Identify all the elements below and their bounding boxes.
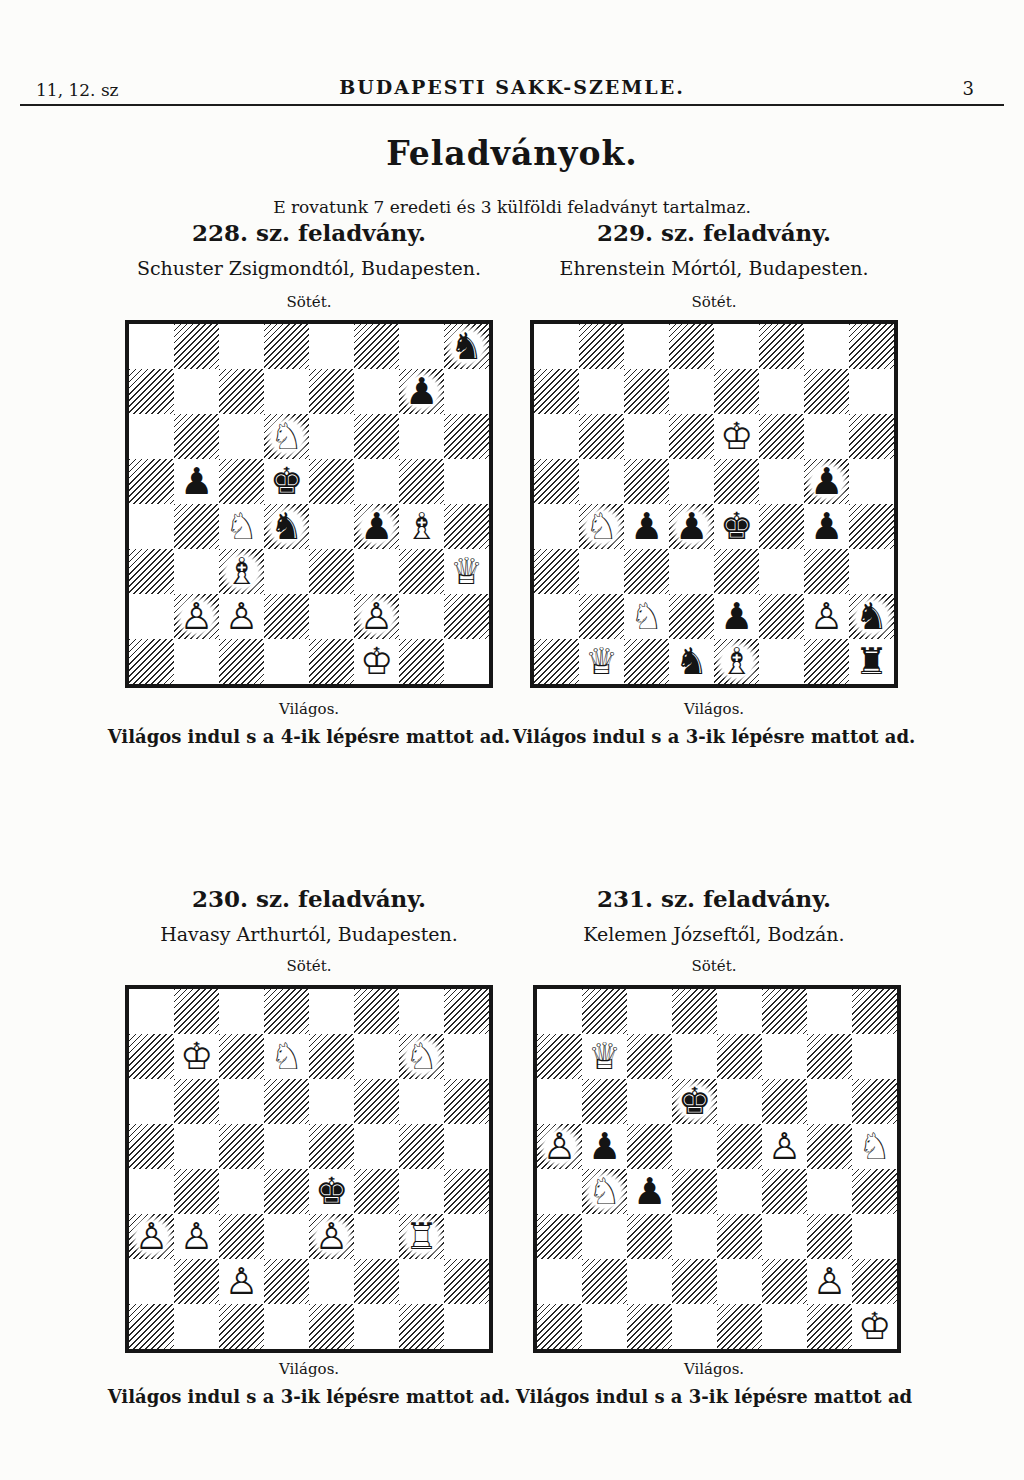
square-g1 xyxy=(399,639,444,684)
square-g4: ♗ xyxy=(399,504,444,549)
square-c8 xyxy=(624,324,669,369)
square-e2: ♟ xyxy=(714,594,759,639)
square-a3: ♙ xyxy=(129,1214,174,1259)
section-subtitle: E rovatunk 7 eredeti és 3 külföldi felad… xyxy=(0,197,1024,217)
problem-229-white-label: Világos. xyxy=(479,700,949,718)
problem-231-heading: 231. sz. feladvány. xyxy=(479,885,949,912)
square-f2 xyxy=(759,594,804,639)
square-e6: ♔ xyxy=(714,414,759,459)
square-e3 xyxy=(309,549,354,594)
square-f3 xyxy=(354,1214,399,1259)
white-knight-icon: ♘ xyxy=(265,415,309,459)
square-e2 xyxy=(717,1259,762,1304)
square-b7: ♔ xyxy=(174,1034,219,1079)
square-e7 xyxy=(717,1034,762,1079)
square-g8 xyxy=(804,324,849,369)
square-h2: ♞ xyxy=(849,594,894,639)
black-pawn-icon: ♟ xyxy=(630,508,663,545)
square-h6 xyxy=(444,1079,489,1124)
square-a5 xyxy=(534,459,579,504)
square-g7: ♟ xyxy=(399,369,444,414)
square-a3 xyxy=(534,549,579,594)
square-b4 xyxy=(174,1169,219,1214)
square-d6 xyxy=(669,414,714,459)
problem-229-black-label: Sötét. xyxy=(479,293,949,311)
square-f1 xyxy=(354,1304,399,1349)
square-h3 xyxy=(849,549,894,594)
header-rule xyxy=(20,104,1004,106)
square-d8 xyxy=(669,324,714,369)
square-a2 xyxy=(534,594,579,639)
square-e3 xyxy=(717,1214,762,1259)
square-a6 xyxy=(129,414,174,459)
square-b1 xyxy=(582,1304,627,1349)
square-f2 xyxy=(354,1259,399,1304)
square-d2 xyxy=(264,1259,309,1304)
square-c4: ♘ xyxy=(219,504,264,549)
square-d7: ♘ xyxy=(264,1034,309,1079)
square-a4 xyxy=(129,504,174,549)
square-h7 xyxy=(849,369,894,414)
square-f4 xyxy=(762,1169,807,1214)
square-f3 xyxy=(354,549,399,594)
problem-228-black-label: Sötét. xyxy=(69,293,549,311)
square-f7 xyxy=(354,369,399,414)
square-f2: ♙ xyxy=(354,594,399,639)
black-king-icon: ♚ xyxy=(720,508,753,545)
square-h8 xyxy=(852,989,897,1034)
square-a8 xyxy=(129,324,174,369)
square-d1: ♞ xyxy=(669,639,714,684)
square-a4 xyxy=(534,504,579,549)
square-g3 xyxy=(807,1214,852,1259)
white-bishop-icon: ♗ xyxy=(220,550,264,594)
chessboard-229: ♔♟♘♟♟♚♟♘♟♙♞♕♞♗♜ xyxy=(530,320,898,688)
problem-230-white-label: Világos. xyxy=(69,1360,549,1378)
square-g6 xyxy=(807,1079,852,1124)
problem-230-author: Havasy Arthurtól, Budapesten. xyxy=(69,923,549,945)
section-title: Feladványok. xyxy=(0,134,1024,173)
square-h2 xyxy=(444,594,489,639)
square-g1 xyxy=(399,1304,444,1349)
square-c5 xyxy=(624,459,669,504)
square-d1 xyxy=(264,1304,309,1349)
square-d3 xyxy=(672,1214,717,1259)
square-a7 xyxy=(534,369,579,414)
square-f5 xyxy=(354,459,399,504)
square-d8 xyxy=(264,989,309,1034)
white-knight-icon: ♘ xyxy=(580,505,624,549)
square-e4 xyxy=(717,1169,762,1214)
white-rook-icon: ♖ xyxy=(400,1215,444,1259)
square-f4 xyxy=(759,504,804,549)
square-a5 xyxy=(129,1124,174,1169)
square-g3 xyxy=(804,549,849,594)
square-a2 xyxy=(129,1259,174,1304)
square-f4 xyxy=(354,1169,399,1214)
square-c8 xyxy=(627,989,672,1034)
square-e3: ♙ xyxy=(309,1214,354,1259)
square-a3 xyxy=(129,549,174,594)
black-knight-icon: ♞ xyxy=(675,643,708,680)
square-g7: ♘ xyxy=(399,1034,444,1079)
square-b5 xyxy=(579,459,624,504)
square-d7 xyxy=(669,369,714,414)
square-d6: ♚ xyxy=(672,1079,717,1124)
square-b1 xyxy=(174,1304,219,1349)
black-pawn-icon: ♟ xyxy=(805,460,849,504)
square-e2 xyxy=(309,594,354,639)
white-king-icon: ♔ xyxy=(360,643,393,680)
white-pawn-icon: ♙ xyxy=(813,1263,846,1300)
square-c4 xyxy=(219,1169,264,1214)
square-e4 xyxy=(309,504,354,549)
square-e8 xyxy=(714,324,759,369)
journal-title: BUDAPESTI SAKK-SZEMLE. xyxy=(0,76,1024,98)
square-d5 xyxy=(669,459,714,504)
problem-230-stipulation: Világos indul s a 3-ik lépésre mattot ad… xyxy=(69,1386,549,1407)
white-pawn-icon: ♙ xyxy=(538,1125,582,1169)
square-h8 xyxy=(849,324,894,369)
problem-230-heading: 230. sz. feladvány. xyxy=(69,885,549,912)
square-f5 xyxy=(759,459,804,504)
square-f8 xyxy=(759,324,804,369)
square-f6 xyxy=(354,414,399,459)
square-d7 xyxy=(672,1034,717,1079)
square-h2 xyxy=(444,1259,489,1304)
square-c2: ♙ xyxy=(219,1259,264,1304)
square-f3 xyxy=(759,549,804,594)
black-rook-icon: ♜ xyxy=(855,643,888,680)
square-a4 xyxy=(129,1169,174,1214)
black-knight-icon: ♞ xyxy=(850,595,894,639)
problem-229-stipulation: Világos indul s a 3-ik lépésre mattot ad… xyxy=(479,726,949,747)
square-h2 xyxy=(852,1259,897,1304)
square-e5 xyxy=(309,1124,354,1169)
square-e1 xyxy=(309,639,354,684)
white-pawn-icon: ♙ xyxy=(225,598,258,635)
square-f2 xyxy=(762,1259,807,1304)
square-g6 xyxy=(399,1079,444,1124)
square-c4: ♟ xyxy=(624,504,669,549)
square-h1 xyxy=(444,639,489,684)
square-b6 xyxy=(579,414,624,459)
square-d5 xyxy=(672,1124,717,1169)
square-c5 xyxy=(627,1124,672,1169)
square-g8 xyxy=(399,324,444,369)
problem-228-white-label: Világos. xyxy=(69,700,549,718)
square-h4 xyxy=(852,1169,897,1214)
black-king-icon: ♚ xyxy=(270,463,303,500)
square-g1 xyxy=(807,1304,852,1349)
square-g5 xyxy=(807,1124,852,1169)
problem-228-author: Schuster Zsigmondtól, Budapesten. xyxy=(69,257,549,279)
white-pawn-icon: ♙ xyxy=(225,1263,258,1300)
square-d3 xyxy=(264,549,309,594)
square-c8 xyxy=(219,989,264,1034)
white-knight-icon: ♘ xyxy=(583,1170,627,1214)
square-h1: ♔ xyxy=(852,1304,897,1349)
white-knight-icon: ♘ xyxy=(270,1038,303,1075)
square-a4 xyxy=(537,1169,582,1214)
square-e8 xyxy=(309,989,354,1034)
black-pawn-icon: ♟ xyxy=(588,1128,621,1165)
square-d4 xyxy=(672,1169,717,1214)
chessboard-230: ♔♘♘♚♙♙♙♖♙ xyxy=(125,985,493,1353)
square-g3: ♖ xyxy=(399,1214,444,1259)
square-h3 xyxy=(444,1214,489,1259)
square-b1 xyxy=(174,639,219,684)
square-e7 xyxy=(714,369,759,414)
square-b4 xyxy=(174,504,219,549)
square-h8: ♞ xyxy=(444,324,489,369)
square-h7 xyxy=(444,369,489,414)
square-b8 xyxy=(174,324,219,369)
square-a6 xyxy=(534,414,579,459)
square-c3: ♗ xyxy=(219,549,264,594)
white-king-icon: ♔ xyxy=(858,1308,891,1345)
square-g6 xyxy=(804,414,849,459)
white-knight-icon: ♘ xyxy=(858,1128,891,1165)
chessboard-231: ♕♚♙♟♙♘♘♟♙♔ xyxy=(533,985,901,1353)
square-e8 xyxy=(717,989,762,1034)
square-c6 xyxy=(219,414,264,459)
square-b3 xyxy=(582,1214,627,1259)
black-pawn-icon: ♟ xyxy=(670,505,714,549)
square-a3 xyxy=(537,1214,582,1259)
square-e7 xyxy=(309,369,354,414)
square-g2: ♙ xyxy=(804,594,849,639)
square-c1 xyxy=(627,1304,672,1349)
square-d6: ♘ xyxy=(264,414,309,459)
square-a1 xyxy=(129,1304,174,1349)
square-g2 xyxy=(399,1259,444,1304)
square-f7 xyxy=(759,369,804,414)
square-c2: ♘ xyxy=(624,594,669,639)
square-b2 xyxy=(174,1259,219,1304)
white-queen-icon: ♕ xyxy=(585,643,618,680)
square-h4 xyxy=(444,504,489,549)
square-e8 xyxy=(309,324,354,369)
square-g4 xyxy=(807,1169,852,1214)
black-pawn-icon: ♟ xyxy=(355,505,399,549)
square-e6 xyxy=(717,1079,762,1124)
square-a1 xyxy=(537,1304,582,1349)
square-d5: ♚ xyxy=(264,459,309,504)
square-b7 xyxy=(174,369,219,414)
square-b8 xyxy=(582,989,627,1034)
square-h1 xyxy=(444,1304,489,1349)
square-a1 xyxy=(129,639,174,684)
problem-228-heading: 228. sz. feladvány. xyxy=(69,219,549,246)
square-h7 xyxy=(852,1034,897,1079)
square-g4: ♟ xyxy=(804,504,849,549)
square-b5: ♟ xyxy=(582,1124,627,1169)
square-d3 xyxy=(669,549,714,594)
square-e1: ♗ xyxy=(714,639,759,684)
square-c3 xyxy=(219,1214,264,1259)
white-knight-icon: ♘ xyxy=(400,1035,444,1079)
square-b3 xyxy=(174,549,219,594)
square-e4: ♚ xyxy=(309,1169,354,1214)
square-e4: ♚ xyxy=(714,504,759,549)
square-g7 xyxy=(804,369,849,414)
square-f6 xyxy=(759,414,804,459)
square-g5: ♟ xyxy=(804,459,849,504)
square-b2 xyxy=(579,594,624,639)
square-e5 xyxy=(309,459,354,504)
white-pawn-icon: ♙ xyxy=(810,598,843,635)
square-d6 xyxy=(264,1079,309,1124)
square-b6 xyxy=(582,1079,627,1124)
black-pawn-icon: ♟ xyxy=(633,1173,666,1210)
square-a7 xyxy=(129,369,174,414)
square-g8 xyxy=(807,989,852,1034)
problem-231-black-label: Sötét. xyxy=(479,957,949,975)
square-g1 xyxy=(804,639,849,684)
square-g2 xyxy=(399,594,444,639)
square-b8 xyxy=(579,324,624,369)
problem-231-stipulation: Világos indul s a 3-ik lépésre mattot ad xyxy=(479,1386,949,1407)
square-b8 xyxy=(174,989,219,1034)
square-b2: ♙ xyxy=(174,594,219,639)
square-d7 xyxy=(264,369,309,414)
square-g4 xyxy=(399,1169,444,1214)
square-d2 xyxy=(264,594,309,639)
white-bishop-icon: ♗ xyxy=(405,508,438,545)
square-a7 xyxy=(537,1034,582,1079)
square-a5 xyxy=(129,459,174,504)
square-h6 xyxy=(852,1079,897,1124)
square-f4: ♟ xyxy=(354,504,399,549)
square-d5 xyxy=(264,1124,309,1169)
black-king-icon: ♚ xyxy=(673,1080,717,1124)
square-g5 xyxy=(399,459,444,504)
chessboard-228: ♞♟♘♟♚♘♞♟♗♗♕♙♙♙♔ xyxy=(125,320,493,688)
square-f1: ♔ xyxy=(354,639,399,684)
square-a8 xyxy=(537,989,582,1034)
square-f8 xyxy=(354,989,399,1034)
white-pawn-icon: ♙ xyxy=(355,595,399,639)
square-c4: ♟ xyxy=(627,1169,672,1214)
square-h5 xyxy=(849,459,894,504)
white-bishop-icon: ♗ xyxy=(715,640,759,684)
square-d8 xyxy=(264,324,309,369)
white-pawn-icon: ♙ xyxy=(130,1215,174,1259)
square-c1 xyxy=(219,639,264,684)
white-king-icon: ♔ xyxy=(180,1038,213,1075)
square-c1 xyxy=(219,1304,264,1349)
square-f6 xyxy=(762,1079,807,1124)
square-e1 xyxy=(309,1304,354,1349)
square-h4 xyxy=(444,1169,489,1214)
square-f5 xyxy=(354,1124,399,1169)
square-d4: ♞ xyxy=(264,504,309,549)
square-e6 xyxy=(309,1079,354,1124)
white-pawn-icon: ♙ xyxy=(180,1218,213,1255)
square-b5: ♟ xyxy=(174,459,219,504)
square-d4: ♟ xyxy=(669,504,714,549)
black-knight-icon: ♞ xyxy=(265,505,309,549)
square-a8 xyxy=(129,989,174,1034)
square-c6 xyxy=(624,414,669,459)
square-d8 xyxy=(672,989,717,1034)
square-d2 xyxy=(669,594,714,639)
square-h5 xyxy=(444,1124,489,1169)
square-h5: ♘ xyxy=(852,1124,897,1169)
square-h8 xyxy=(444,989,489,1034)
square-c3 xyxy=(627,1214,672,1259)
square-h3: ♕ xyxy=(444,549,489,594)
square-d4 xyxy=(264,1169,309,1214)
square-d2 xyxy=(672,1259,717,1304)
square-b7 xyxy=(579,369,624,414)
square-c7 xyxy=(627,1034,672,1079)
square-h1: ♜ xyxy=(849,639,894,684)
black-pawn-icon: ♟ xyxy=(810,508,843,545)
square-h3 xyxy=(852,1214,897,1259)
square-c6 xyxy=(219,1079,264,1124)
square-e3 xyxy=(714,549,759,594)
square-g8 xyxy=(399,989,444,1034)
square-h6 xyxy=(444,414,489,459)
white-knight-icon: ♘ xyxy=(225,508,258,545)
square-f1 xyxy=(759,639,804,684)
problem-231-white-label: Világos. xyxy=(479,1360,949,1378)
square-b4: ♘ xyxy=(582,1169,627,1214)
square-a8 xyxy=(534,324,579,369)
square-a2 xyxy=(537,1259,582,1304)
square-c5 xyxy=(219,1124,264,1169)
square-b7: ♕ xyxy=(582,1034,627,1079)
black-pawn-icon: ♟ xyxy=(720,598,753,635)
square-g2: ♙ xyxy=(807,1259,852,1304)
black-pawn-icon: ♟ xyxy=(180,463,213,500)
square-b1: ♕ xyxy=(579,639,624,684)
white-pawn-icon: ♙ xyxy=(175,595,219,639)
square-b2 xyxy=(582,1259,627,1304)
square-c1 xyxy=(624,639,669,684)
problem-229-author: Ehrenstein Mórtól, Budapesten. xyxy=(479,257,949,279)
square-d3 xyxy=(264,1214,309,1259)
square-a5: ♙ xyxy=(537,1124,582,1169)
square-f8 xyxy=(354,324,399,369)
square-e1 xyxy=(717,1304,762,1349)
square-b3: ♙ xyxy=(174,1214,219,1259)
square-f1 xyxy=(762,1304,807,1349)
square-b6 xyxy=(174,414,219,459)
square-f5: ♙ xyxy=(762,1124,807,1169)
square-g3 xyxy=(399,549,444,594)
white-king-icon: ♔ xyxy=(720,418,753,455)
problem-231-author: Kelemen Józseftől, Bodzán. xyxy=(479,923,949,945)
square-h7 xyxy=(444,1034,489,1079)
square-c7 xyxy=(219,1034,264,1079)
problem-228-stipulation: Világos indul s a 4-ik lépésre mattot ad… xyxy=(69,726,549,747)
square-a7 xyxy=(129,1034,174,1079)
square-g6 xyxy=(399,414,444,459)
square-b3 xyxy=(579,549,624,594)
square-c8 xyxy=(219,324,264,369)
square-e5 xyxy=(714,459,759,504)
square-c3 xyxy=(624,549,669,594)
square-f6 xyxy=(354,1079,399,1124)
square-e6 xyxy=(309,414,354,459)
square-f3 xyxy=(762,1214,807,1259)
square-g5 xyxy=(399,1124,444,1169)
white-pawn-icon: ♙ xyxy=(768,1128,801,1165)
square-f8 xyxy=(762,989,807,1034)
